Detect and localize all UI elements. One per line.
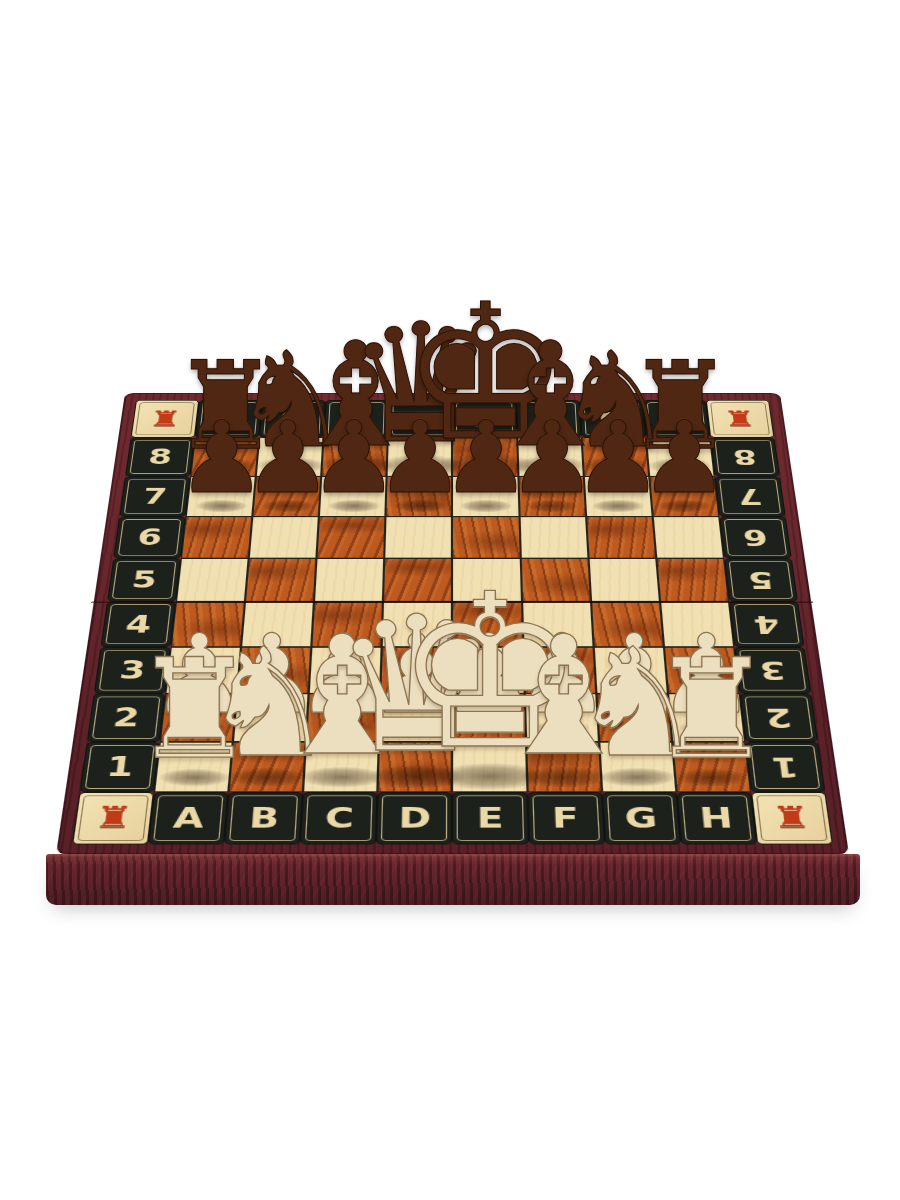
square-a5[interactable]: [176, 559, 249, 602]
bottom-file-label-a: A: [148, 792, 229, 844]
bottom-file-label-e: E: [452, 792, 528, 844]
file-label: D: [398, 804, 431, 831]
bottom-file-label-b: B: [224, 792, 303, 844]
square-c6[interactable]: [317, 517, 386, 559]
square-b6[interactable]: [249, 517, 319, 559]
file-label: A: [172, 804, 205, 831]
file-label: B: [248, 804, 280, 831]
square-b5[interactable]: [245, 559, 317, 602]
bottom-file-label-d: D: [376, 792, 452, 844]
rank-label: 7: [142, 486, 169, 507]
red-rook-icon: ♜: [770, 803, 812, 833]
square-g6[interactable]: [586, 517, 656, 559]
rank-label: 6: [136, 527, 163, 549]
right-rank-label-5: 5: [724, 559, 798, 602]
bottom-file-label-g: G: [602, 792, 681, 844]
file-label: H: [698, 804, 734, 831]
file-label: C: [324, 804, 354, 831]
pawn-glyph: ♟: [640, 408, 729, 508]
rank-label: 7: [737, 486, 764, 507]
corner-cell: ♜: [751, 792, 833, 844]
file-label: F: [552, 804, 580, 831]
corner-cell: ♜: [72, 792, 154, 844]
rank-label: 1: [105, 754, 135, 780]
square-h5[interactable]: [656, 559, 729, 602]
right-rank-label-6: 6: [719, 517, 792, 559]
box-front-face: [46, 854, 860, 905]
bottom-file-label-f: F: [527, 792, 605, 844]
square-h6[interactable]: [652, 517, 723, 559]
rank-label: 6: [742, 527, 769, 549]
rank-label: 5: [130, 569, 158, 592]
file-label: E: [477, 804, 504, 831]
bottom-file-label-h: H: [676, 792, 757, 844]
red-rook-icon: ♜: [92, 803, 134, 833]
left-rank-label-6: 6: [113, 517, 186, 559]
file-label: G: [624, 804, 658, 831]
rank-label: 8: [732, 447, 758, 467]
bottom-file-label-c: C: [300, 792, 378, 844]
rook-glyph: ♜: [650, 641, 774, 779]
rank-label: 5: [747, 569, 775, 592]
square-a6[interactable]: [181, 517, 252, 559]
rank-label: 1: [770, 754, 800, 780]
photo-stage: ♜ABCDEFGH♜8877665544332211♜ABCDEFGH♜ ♜♞♝…: [0, 0, 900, 1200]
rank-label: 8: [147, 447, 173, 467]
left-rank-label-5: 5: [107, 559, 181, 602]
square-g5[interactable]: [588, 559, 660, 602]
